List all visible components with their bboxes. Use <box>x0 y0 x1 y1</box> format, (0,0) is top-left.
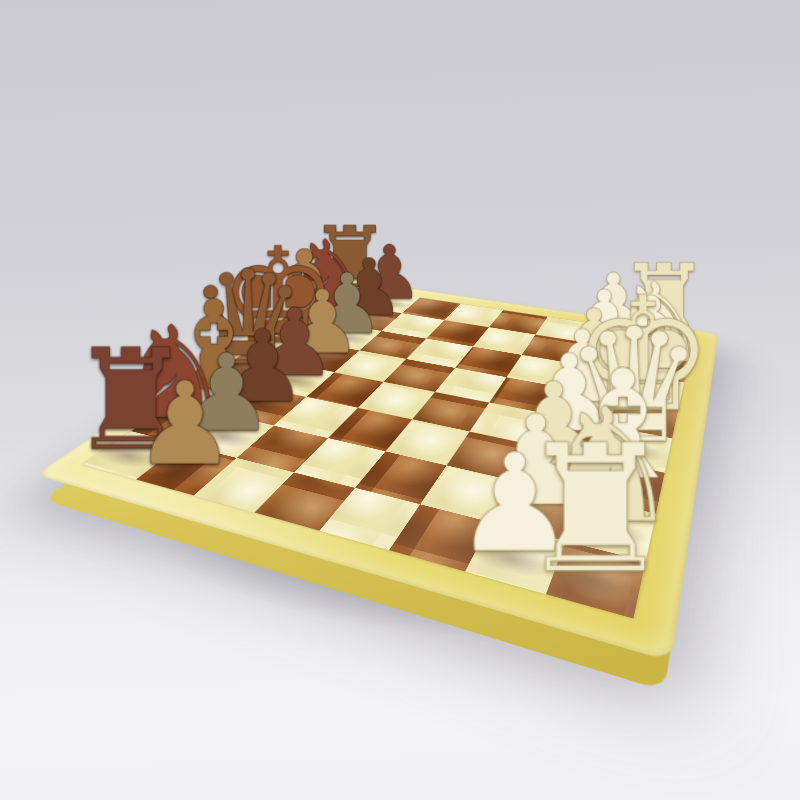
piece-white-rook: ♜ <box>576 261 753 346</box>
piece-shadow <box>257 369 327 393</box>
piece-shadow <box>139 453 226 490</box>
piece-brown-rook: ♜ <box>274 224 426 297</box>
piece-shadow <box>527 422 605 454</box>
square-a1: ♜ <box>546 541 646 619</box>
piece-white-pawn: ♟ <box>527 272 700 338</box>
square-d4 <box>412 392 489 432</box>
piece-shadow <box>461 534 561 585</box>
product-photo: ♜♟♟♜♞♟♟♞♝♟♟♝♚♟♟♚♛♟♟♛♝♟♟♝♞♟♟♞♜♟♟♜ <box>0 0 800 800</box>
piece-shadow <box>184 421 264 453</box>
piece-shadow <box>541 554 644 609</box>
